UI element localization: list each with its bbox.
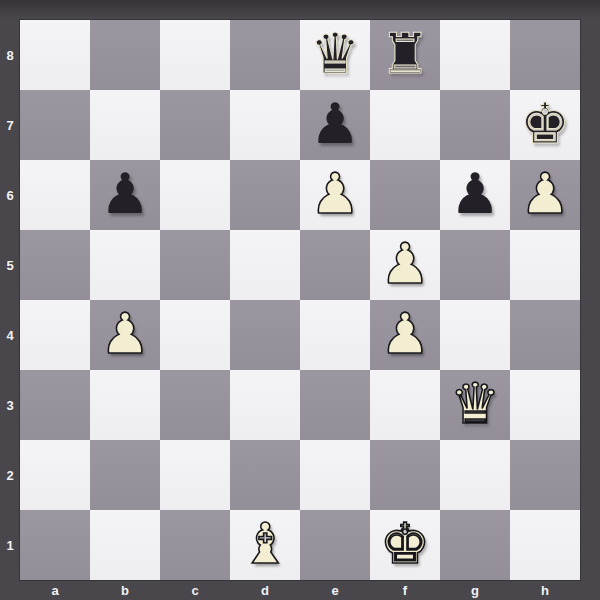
square-a8[interactable] [20, 20, 90, 90]
black-rook-f8[interactable]: ♜ [370, 20, 440, 90]
square-c5[interactable] [160, 230, 230, 300]
square-e8[interactable]: ♛ [300, 20, 370, 90]
black-pawn-e7[interactable]: ♟ [300, 90, 370, 160]
square-e4[interactable] [300, 300, 370, 370]
square-a6[interactable] [20, 160, 90, 230]
file-label-d: d [230, 580, 300, 600]
square-h4[interactable] [510, 300, 580, 370]
white-pawn-f5[interactable]: ♟ [370, 230, 440, 300]
square-c3[interactable] [160, 370, 230, 440]
square-b8[interactable] [90, 20, 160, 90]
black-queen-e8[interactable]: ♛ [300, 20, 370, 90]
square-e1[interactable] [300, 510, 370, 580]
square-g8[interactable] [440, 20, 510, 90]
square-g7[interactable] [440, 90, 510, 160]
square-f2[interactable] [370, 440, 440, 510]
square-b5[interactable] [90, 230, 160, 300]
rank-label-2: 2 [0, 440, 20, 510]
rank-label-1: 1 [0, 510, 20, 580]
square-d1[interactable]: ♝ [230, 510, 300, 580]
square-e3[interactable] [300, 370, 370, 440]
square-d5[interactable] [230, 230, 300, 300]
white-pawn-h6[interactable]: ♟ [510, 160, 580, 230]
square-f3[interactable] [370, 370, 440, 440]
square-h1[interactable] [510, 510, 580, 580]
file-label-h: h [510, 580, 580, 600]
white-pawn-e6[interactable]: ♟ [300, 160, 370, 230]
file-label-g: g [440, 580, 510, 600]
square-h7[interactable]: ♚ [510, 90, 580, 160]
square-a7[interactable] [20, 90, 90, 160]
black-pawn-b6[interactable]: ♟ [90, 160, 160, 230]
square-c2[interactable] [160, 440, 230, 510]
square-g6[interactable]: ♟ [440, 160, 510, 230]
square-e6[interactable]: ♟ [300, 160, 370, 230]
rank-label-7: 7 [0, 90, 20, 160]
square-g4[interactable] [440, 300, 510, 370]
square-d6[interactable] [230, 160, 300, 230]
white-bishop-d1[interactable]: ♝ [230, 510, 300, 580]
square-f5[interactable]: ♟ [370, 230, 440, 300]
chess-diagram: ♛♜♟♚♟♟♟♟♟♟♟♛♝♚ 87654321 abcdefgh [0, 0, 600, 600]
square-c4[interactable] [160, 300, 230, 370]
square-h2[interactable] [510, 440, 580, 510]
square-a5[interactable] [20, 230, 90, 300]
file-label-b: b [90, 580, 160, 600]
rank-label-3: 3 [0, 370, 20, 440]
square-d8[interactable] [230, 20, 300, 90]
square-e5[interactable] [300, 230, 370, 300]
square-b4[interactable]: ♟ [90, 300, 160, 370]
square-f7[interactable] [370, 90, 440, 160]
file-label-c: c [160, 580, 230, 600]
square-a4[interactable] [20, 300, 90, 370]
square-a1[interactable] [20, 510, 90, 580]
file-label-e: e [300, 580, 370, 600]
black-king-h7[interactable]: ♚ [510, 90, 580, 160]
square-c1[interactable] [160, 510, 230, 580]
square-b6[interactable]: ♟ [90, 160, 160, 230]
square-b7[interactable] [90, 90, 160, 160]
square-b3[interactable] [90, 370, 160, 440]
black-pawn-g6[interactable]: ♟ [440, 160, 510, 230]
square-h8[interactable] [510, 20, 580, 90]
white-king-f1[interactable]: ♚ [370, 510, 440, 580]
square-d7[interactable] [230, 90, 300, 160]
square-b2[interactable] [90, 440, 160, 510]
white-pawn-b4[interactable]: ♟ [90, 300, 160, 370]
square-c7[interactable] [160, 90, 230, 160]
square-h3[interactable] [510, 370, 580, 440]
square-c6[interactable] [160, 160, 230, 230]
file-label-a: a [20, 580, 90, 600]
square-f6[interactable] [370, 160, 440, 230]
rank-label-8: 8 [0, 20, 20, 90]
square-f4[interactable]: ♟ [370, 300, 440, 370]
board: ♛♜♟♚♟♟♟♟♟♟♟♛♝♚ [20, 20, 580, 580]
file-label-f: f [370, 580, 440, 600]
rank-label-6: 6 [0, 160, 20, 230]
square-a3[interactable] [20, 370, 90, 440]
square-f1[interactable]: ♚ [370, 510, 440, 580]
square-g1[interactable] [440, 510, 510, 580]
square-b1[interactable] [90, 510, 160, 580]
square-g5[interactable] [440, 230, 510, 300]
square-c8[interactable] [160, 20, 230, 90]
square-h5[interactable] [510, 230, 580, 300]
square-g2[interactable] [440, 440, 510, 510]
square-e7[interactable]: ♟ [300, 90, 370, 160]
square-f8[interactable]: ♜ [370, 20, 440, 90]
square-g3[interactable]: ♛ [440, 370, 510, 440]
square-d4[interactable] [230, 300, 300, 370]
square-d3[interactable] [230, 370, 300, 440]
square-h6[interactable]: ♟ [510, 160, 580, 230]
square-e2[interactable] [300, 440, 370, 510]
white-pawn-f4[interactable]: ♟ [370, 300, 440, 370]
square-d2[interactable] [230, 440, 300, 510]
rank-label-5: 5 [0, 230, 20, 300]
white-queen-g3[interactable]: ♛ [440, 370, 510, 440]
square-a2[interactable] [20, 440, 90, 510]
rank-label-4: 4 [0, 300, 20, 370]
